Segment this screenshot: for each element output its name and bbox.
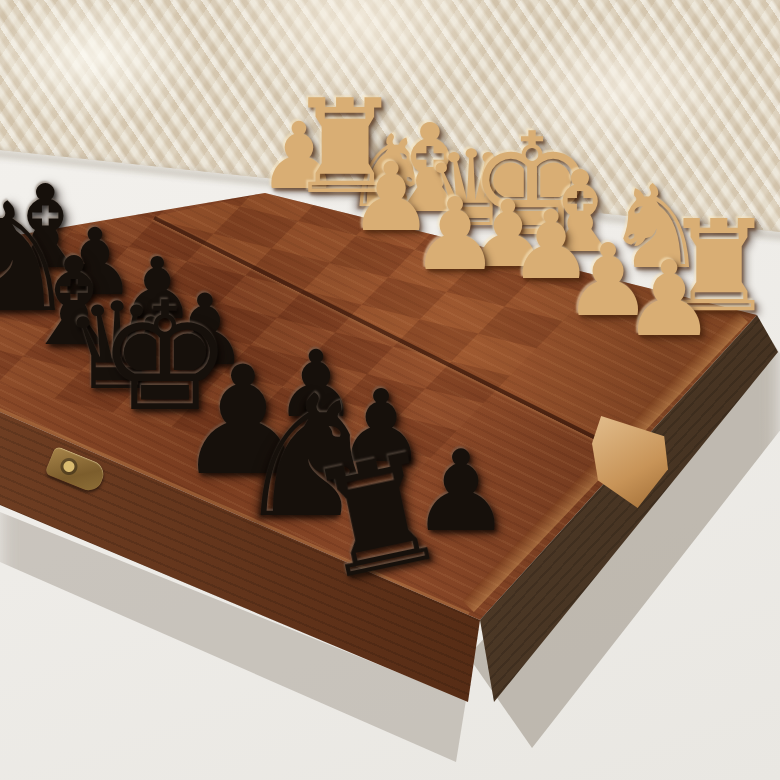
photo-scene: ♟♜♞♟♝♛♟♚♟♟♝♟♞♟♜♞♝♟♝♟♛♚♟♟♟♞♟♜♟ — [0, 0, 780, 780]
white-pawn[interactable]: ♟ — [410, 185, 500, 285]
white-pawn[interactable]: ♟ — [622, 247, 715, 351]
piece-layer: ♟♜♞♟♝♛♟♚♟♟♝♟♞♟♜♞♝♟♝♟♛♚♟♟♟♞♟♜♟ — [0, 0, 780, 780]
